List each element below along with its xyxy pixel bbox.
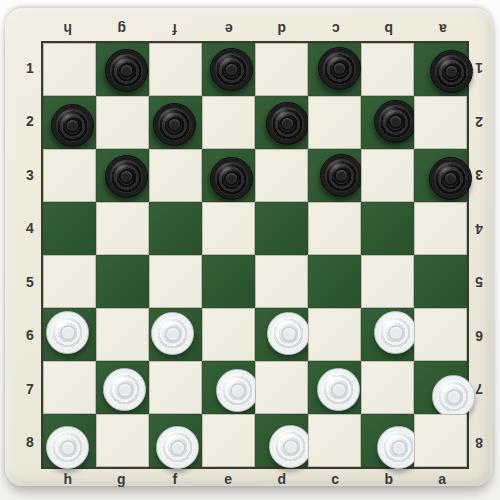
white-checker-f6[interactable]: [151, 312, 194, 355]
square-b6[interactable]: [361, 308, 414, 361]
black-checker-a3[interactable]: [429, 157, 472, 200]
square-h3[interactable]: [43, 149, 96, 202]
file-label-top-c: c: [309, 19, 363, 39]
black-checker-e1[interactable]: [210, 48, 253, 91]
square-c7[interactable]: [308, 361, 361, 414]
white-checker-b6[interactable]: [374, 311, 417, 354]
square-f7[interactable]: [149, 361, 202, 414]
rank-label-left-2: 2: [22, 95, 38, 149]
white-checker-e7[interactable]: [216, 369, 259, 412]
square-g7[interactable]: [96, 361, 149, 414]
file-label-bottom-d: d: [255, 469, 309, 489]
file-label-bottom-a: a: [416, 469, 470, 489]
file-label-top-e: e: [202, 19, 256, 39]
square-b7[interactable]: [361, 361, 414, 414]
square-b8[interactable]: [361, 414, 414, 467]
square-h2[interactable]: [43, 96, 96, 149]
black-checker-c3[interactable]: [320, 154, 363, 197]
square-b2[interactable]: [361, 96, 414, 149]
square-f1[interactable]: [149, 43, 202, 96]
square-c2[interactable]: [308, 96, 361, 149]
file-label-bottom-g: g: [95, 469, 149, 489]
square-g2[interactable]: [96, 96, 149, 149]
square-g3[interactable]: [96, 149, 149, 202]
white-checker-c7[interactable]: [317, 368, 360, 411]
file-label-top-f: f: [148, 19, 202, 39]
black-checker-c1[interactable]: [318, 47, 361, 90]
black-checker-f2[interactable]: [153, 103, 196, 146]
square-f4[interactable]: [149, 202, 202, 255]
white-checker-g7[interactable]: [103, 368, 146, 411]
square-g8[interactable]: [96, 414, 149, 467]
square-h8[interactable]: [43, 414, 96, 467]
square-h5[interactable]: [43, 255, 96, 308]
rank-label-right-1: 1: [471, 41, 487, 95]
square-h7[interactable]: [43, 361, 96, 414]
square-f5[interactable]: [149, 255, 202, 308]
square-h4[interactable]: [43, 202, 96, 255]
rank-label-left-8: 8: [22, 416, 38, 470]
square-g1[interactable]: [96, 43, 149, 96]
square-b5[interactable]: [361, 255, 414, 308]
file-label-top-b: b: [362, 19, 416, 39]
white-checker-h8[interactable]: [46, 426, 89, 469]
square-h1[interactable]: [43, 43, 96, 96]
square-a1[interactable]: [414, 43, 467, 96]
rank-label-right-5: 5: [471, 255, 487, 309]
square-e4[interactable]: [202, 202, 255, 255]
rank-label-left-3: 3: [22, 148, 38, 202]
rank-label-right-8: 8: [471, 416, 487, 470]
square-f8[interactable]: [149, 414, 202, 467]
white-checker-d8[interactable]: [269, 425, 312, 468]
rank-label-right-3: 3: [471, 148, 487, 202]
square-d3[interactable]: [255, 149, 308, 202]
file-labels-bottom: hgfedcba: [41, 469, 469, 489]
white-checker-d6[interactable]: [267, 312, 310, 355]
black-checker-e3[interactable]: [210, 157, 253, 200]
square-c4[interactable]: [308, 202, 361, 255]
square-a3[interactable]: [414, 149, 467, 202]
square-b3[interactable]: [361, 149, 414, 202]
white-checker-a7[interactable]: [432, 375, 475, 418]
square-a7[interactable]: [414, 361, 467, 414]
square-h6[interactable]: [43, 308, 96, 361]
square-c1[interactable]: [308, 43, 361, 96]
square-g5[interactable]: [96, 255, 149, 308]
square-d7[interactable]: [255, 361, 308, 414]
square-c6[interactable]: [308, 308, 361, 361]
square-f6[interactable]: [149, 308, 202, 361]
square-d1[interactable]: [255, 43, 308, 96]
rank-label-left-6: 6: [22, 309, 38, 363]
square-a4[interactable]: [414, 202, 467, 255]
square-e6[interactable]: [202, 308, 255, 361]
square-e7[interactable]: [202, 361, 255, 414]
square-f3[interactable]: [149, 149, 202, 202]
black-checker-a1[interactable]: [430, 50, 473, 93]
square-b1[interactable]: [361, 43, 414, 96]
square-c3[interactable]: [308, 149, 361, 202]
rank-label-left-7: 7: [22, 362, 38, 416]
board-grid: [41, 41, 469, 469]
rank-labels-right: 12345678: [471, 41, 487, 469]
rank-label-right-4: 4: [471, 202, 487, 256]
square-a5[interactable]: [414, 255, 467, 308]
square-e3[interactable]: [202, 149, 255, 202]
black-checker-g1[interactable]: [105, 49, 148, 92]
file-labels-top: hgfedcba: [41, 19, 469, 39]
square-d5[interactable]: [255, 255, 308, 308]
square-g4[interactable]: [96, 202, 149, 255]
board-mat: hgfedcba hgfedcba 12345678 12345678: [5, 8, 493, 486]
rank-label-left-5: 5: [22, 255, 38, 309]
rank-label-left-4: 4: [22, 202, 38, 256]
square-d6[interactable]: [255, 308, 308, 361]
black-checker-b2[interactable]: [374, 100, 417, 143]
photo-scene: hgfedcba hgfedcba 12345678 12345678: [0, 0, 500, 500]
black-checker-g3[interactable]: [105, 155, 148, 198]
square-c8[interactable]: [308, 414, 361, 467]
file-label-bottom-e: e: [202, 469, 256, 489]
black-checker-h2[interactable]: [51, 104, 94, 147]
rank-labels-left: 12345678: [22, 41, 38, 469]
square-b4[interactable]: [361, 202, 414, 255]
square-e2[interactable]: [202, 96, 255, 149]
square-e1[interactable]: [202, 43, 255, 96]
file-label-bottom-c: c: [309, 469, 363, 489]
square-d4[interactable]: [255, 202, 308, 255]
square-e5[interactable]: [202, 255, 255, 308]
square-e8[interactable]: [202, 414, 255, 467]
square-d8[interactable]: [255, 414, 308, 467]
black-checker-d2[interactable]: [266, 102, 309, 145]
rank-label-right-6: 6: [471, 309, 487, 363]
rank-label-left-1: 1: [22, 41, 38, 95]
square-a8[interactable]: [414, 414, 467, 467]
file-label-top-h: h: [41, 19, 95, 39]
square-g6[interactable]: [96, 308, 149, 361]
square-c5[interactable]: [308, 255, 361, 308]
white-checker-h6[interactable]: [46, 311, 89, 354]
white-checker-f8[interactable]: [156, 426, 199, 469]
rank-label-right-2: 2: [471, 95, 487, 149]
square-a2[interactable]: [414, 96, 467, 149]
file-label-top-a: a: [416, 19, 470, 39]
file-label-top-g: g: [95, 19, 149, 39]
file-label-bottom-f: f: [148, 469, 202, 489]
square-f2[interactable]: [149, 96, 202, 149]
square-d2[interactable]: [255, 96, 308, 149]
file-label-bottom-b: b: [362, 469, 416, 489]
square-a6[interactable]: [414, 308, 467, 361]
file-label-bottom-h: h: [41, 469, 95, 489]
file-label-top-d: d: [255, 19, 309, 39]
